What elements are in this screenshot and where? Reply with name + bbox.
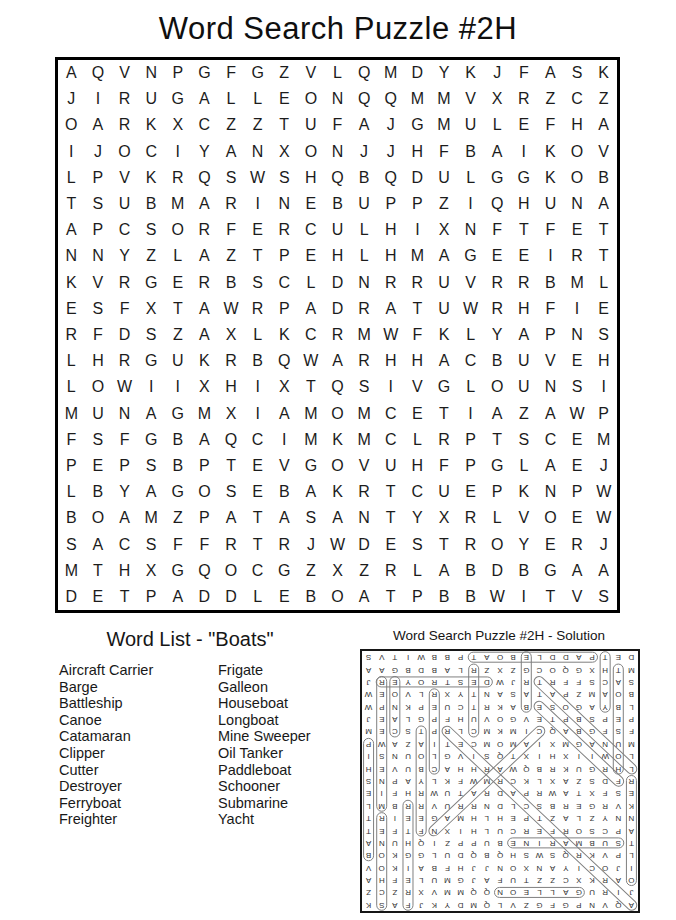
grid-cell[interactable]: Y: [191, 139, 218, 165]
grid-cell[interactable]: G: [431, 374, 458, 400]
grid-cell[interactable]: E: [590, 296, 617, 322]
grid-cell[interactable]: C: [404, 479, 431, 505]
grid-cell[interactable]: F: [218, 60, 245, 86]
grid-cell[interactable]: R: [404, 270, 431, 296]
grid-cell[interactable]: R: [271, 531, 298, 557]
grid-cell[interactable]: K: [191, 348, 218, 374]
grid-cell[interactable]: U: [138, 86, 165, 112]
grid-cell[interactable]: B: [511, 558, 538, 584]
grid-cell[interactable]: F: [111, 296, 138, 322]
grid-cell[interactable]: R: [511, 86, 538, 112]
grid-cell[interactable]: L: [404, 427, 431, 453]
grid-cell[interactable]: E: [244, 453, 271, 479]
grid-cell[interactable]: L: [58, 165, 85, 191]
grid-cell[interactable]: R: [511, 270, 538, 296]
grid-cell[interactable]: R: [564, 531, 591, 557]
grid-cell[interactable]: M: [298, 427, 325, 453]
grid-cell[interactable]: S: [564, 60, 591, 86]
grid-cell[interactable]: K: [138, 165, 165, 191]
grid-cell[interactable]: H: [85, 348, 112, 374]
grid-cell[interactable]: Q: [351, 86, 378, 112]
grid-cell[interactable]: I: [457, 400, 484, 426]
grid-cell[interactable]: U: [164, 348, 191, 374]
grid-cell[interactable]: C: [244, 427, 271, 453]
grid-cell[interactable]: R: [457, 531, 484, 557]
grid-cell[interactable]: W: [244, 165, 271, 191]
grid-cell[interactable]: A: [138, 479, 165, 505]
grid-cell[interactable]: H: [511, 191, 538, 217]
grid-cell[interactable]: Y: [404, 505, 431, 531]
grid-cell[interactable]: P: [457, 453, 484, 479]
grid-cell[interactable]: E: [85, 584, 112, 610]
grid-cell[interactable]: O: [298, 139, 325, 165]
grid-cell[interactable]: S: [511, 427, 538, 453]
grid-cell[interactable]: S: [404, 531, 431, 557]
grid-cell[interactable]: Z: [164, 322, 191, 348]
grid-cell[interactable]: G: [298, 453, 325, 479]
grid-cell[interactable]: T: [431, 400, 458, 426]
grid-cell[interactable]: R: [111, 348, 138, 374]
grid-cell[interactable]: K: [271, 322, 298, 348]
grid-cell[interactable]: Q: [484, 191, 511, 217]
grid-cell[interactable]: C: [191, 112, 218, 138]
grid-cell[interactable]: J: [590, 531, 617, 557]
grid-cell[interactable]: B: [590, 165, 617, 191]
grid-cell[interactable]: D: [218, 584, 245, 610]
grid-cell[interactable]: E: [457, 479, 484, 505]
grid-cell[interactable]: Q: [377, 86, 404, 112]
grid-cell[interactable]: B: [484, 348, 511, 374]
grid-cell[interactable]: N: [111, 400, 138, 426]
grid-cell[interactable]: P: [191, 453, 218, 479]
grid-cell[interactable]: Y: [111, 243, 138, 269]
grid-cell[interactable]: T: [590, 217, 617, 243]
grid-cell[interactable]: L: [404, 558, 431, 584]
grid-cell[interactable]: J: [85, 139, 112, 165]
grid-cell[interactable]: C: [111, 217, 138, 243]
grid-cell[interactable]: R: [351, 479, 378, 505]
grid-cell[interactable]: R: [164, 165, 191, 191]
grid-cell[interactable]: B: [298, 584, 325, 610]
grid-cell[interactable]: I: [377, 374, 404, 400]
grid-cell[interactable]: R: [377, 270, 404, 296]
grid-cell[interactable]: U: [431, 296, 458, 322]
grid-cell[interactable]: J: [377, 112, 404, 138]
grid-cell[interactable]: R: [218, 191, 245, 217]
grid-cell[interactable]: P: [457, 427, 484, 453]
grid-cell[interactable]: E: [85, 453, 112, 479]
grid-cell[interactable]: X: [431, 505, 458, 531]
grid-cell[interactable]: R: [484, 270, 511, 296]
grid-cell[interactable]: R: [377, 558, 404, 584]
grid-cell[interactable]: R: [111, 112, 138, 138]
grid-cell[interactable]: B: [85, 479, 112, 505]
grid-cell[interactable]: U: [457, 112, 484, 138]
grid-cell[interactable]: Z: [298, 558, 325, 584]
grid-cell[interactable]: U: [431, 165, 458, 191]
grid-cell[interactable]: B: [244, 348, 271, 374]
grid-cell[interactable]: H: [404, 348, 431, 374]
grid-cell[interactable]: K: [537, 165, 564, 191]
grid-cell[interactable]: F: [58, 427, 85, 453]
grid-cell[interactable]: N: [351, 270, 378, 296]
grid-cell[interactable]: G: [164, 479, 191, 505]
grid-cell[interactable]: N: [564, 322, 591, 348]
grid-cell[interactable]: G: [164, 400, 191, 426]
grid-cell[interactable]: W: [484, 584, 511, 610]
grid-cell[interactable]: X: [431, 217, 458, 243]
grid-cell[interactable]: W: [377, 322, 404, 348]
grid-cell[interactable]: E: [58, 296, 85, 322]
grid-cell[interactable]: U: [431, 479, 458, 505]
grid-cell[interactable]: A: [191, 427, 218, 453]
grid-cell[interactable]: B: [457, 584, 484, 610]
grid-cell[interactable]: K: [511, 479, 538, 505]
grid-cell[interactable]: Z: [351, 558, 378, 584]
grid-cell[interactable]: G: [164, 86, 191, 112]
grid-cell[interactable]: W: [564, 400, 591, 426]
grid-cell[interactable]: M: [298, 400, 325, 426]
grid-cell[interactable]: L: [484, 112, 511, 138]
grid-cell[interactable]: S: [244, 270, 271, 296]
grid-cell[interactable]: E: [564, 348, 591, 374]
grid-cell[interactable]: F: [431, 139, 458, 165]
grid-cell[interactable]: R: [58, 322, 85, 348]
grid-cell[interactable]: P: [564, 479, 591, 505]
grid-cell[interactable]: Z: [537, 86, 564, 112]
grid-cell[interactable]: Q: [191, 165, 218, 191]
grid-cell[interactable]: F: [191, 531, 218, 557]
grid-cell[interactable]: R: [484, 296, 511, 322]
grid-cell[interactable]: I: [271, 427, 298, 453]
grid-cell[interactable]: T: [377, 479, 404, 505]
grid-cell[interactable]: A: [85, 112, 112, 138]
grid-cell[interactable]: A: [191, 243, 218, 269]
grid-cell[interactable]: A: [484, 400, 511, 426]
grid-cell[interactable]: B: [271, 479, 298, 505]
grid-cell[interactable]: N: [138, 60, 165, 86]
grid-cell[interactable]: G: [138, 270, 165, 296]
grid-cell[interactable]: L: [218, 86, 245, 112]
grid-cell[interactable]: L: [324, 60, 351, 86]
grid-cell[interactable]: L: [351, 217, 378, 243]
grid-cell[interactable]: G: [404, 112, 431, 138]
grid-cell[interactable]: A: [431, 558, 458, 584]
grid-cell[interactable]: A: [324, 505, 351, 531]
grid-cell[interactable]: P: [484, 479, 511, 505]
grid-cell[interactable]: B: [218, 270, 245, 296]
grid-cell[interactable]: Q: [191, 558, 218, 584]
grid-cell[interactable]: V: [351, 453, 378, 479]
grid-cell[interactable]: E: [564, 453, 591, 479]
grid-cell[interactable]: E: [511, 112, 538, 138]
grid-cell[interactable]: S: [85, 427, 112, 453]
grid-cell[interactable]: A: [537, 400, 564, 426]
grid-cell[interactable]: S: [138, 322, 165, 348]
grid-cell[interactable]: R: [191, 217, 218, 243]
grid-cell[interactable]: P: [111, 453, 138, 479]
grid-cell[interactable]: I: [85, 86, 112, 112]
grid-cell[interactable]: B: [58, 505, 85, 531]
grid-cell[interactable]: F: [484, 217, 511, 243]
grid-cell[interactable]: C: [564, 86, 591, 112]
grid-cell[interactable]: N: [244, 139, 271, 165]
grid-cell[interactable]: A: [85, 531, 112, 557]
grid-cell[interactable]: S: [351, 374, 378, 400]
grid-cell[interactable]: H: [564, 112, 591, 138]
grid-cell[interactable]: T: [511, 217, 538, 243]
grid-cell[interactable]: T: [58, 191, 85, 217]
grid-cell[interactable]: S: [85, 296, 112, 322]
grid-cell[interactable]: A: [590, 191, 617, 217]
grid-cell[interactable]: V: [457, 270, 484, 296]
grid-cell[interactable]: L: [351, 243, 378, 269]
grid-cell[interactable]: A: [431, 348, 458, 374]
grid-cell[interactable]: E: [484, 243, 511, 269]
grid-cell[interactable]: A: [590, 558, 617, 584]
grid-cell[interactable]: W: [590, 479, 617, 505]
grid-cell[interactable]: L: [244, 322, 271, 348]
grid-cell[interactable]: T: [244, 243, 271, 269]
grid-cell[interactable]: L: [484, 505, 511, 531]
grid-cell[interactable]: T: [244, 531, 271, 557]
grid-cell[interactable]: E: [298, 191, 325, 217]
grid-cell[interactable]: M: [351, 322, 378, 348]
grid-cell[interactable]: A: [218, 139, 245, 165]
grid-cell[interactable]: I: [590, 374, 617, 400]
grid-cell[interactable]: A: [138, 400, 165, 426]
grid-cell[interactable]: G: [164, 558, 191, 584]
grid-cell[interactable]: D: [404, 60, 431, 86]
grid-cell[interactable]: M: [431, 112, 458, 138]
grid-cell[interactable]: W: [111, 374, 138, 400]
grid-cell[interactable]: E: [271, 584, 298, 610]
grid-cell[interactable]: I: [537, 243, 564, 269]
grid-cell[interactable]: R: [564, 243, 591, 269]
grid-cell[interactable]: G: [484, 165, 511, 191]
grid-cell[interactable]: Y: [484, 322, 511, 348]
grid-cell[interactable]: H: [377, 243, 404, 269]
grid-cell[interactable]: T: [537, 584, 564, 610]
grid-cell[interactable]: S: [218, 165, 245, 191]
grid-cell[interactable]: A: [218, 505, 245, 531]
grid-cell[interactable]: C: [244, 558, 271, 584]
grid-cell[interactable]: V: [564, 584, 591, 610]
grid-cell[interactable]: E: [164, 270, 191, 296]
grid-cell[interactable]: M: [351, 400, 378, 426]
grid-cell[interactable]: R: [271, 217, 298, 243]
grid-cell[interactable]: T: [431, 531, 458, 557]
grid-cell[interactable]: A: [431, 243, 458, 269]
grid-cell[interactable]: X: [138, 558, 165, 584]
grid-cell[interactable]: E: [244, 479, 271, 505]
grid-cell[interactable]: A: [111, 505, 138, 531]
grid-cell[interactable]: A: [271, 505, 298, 531]
grid-cell[interactable]: V: [271, 453, 298, 479]
grid-cell[interactable]: A: [191, 296, 218, 322]
grid-cell[interactable]: J: [351, 139, 378, 165]
grid-cell[interactable]: P: [85, 165, 112, 191]
grid-cell[interactable]: I: [164, 139, 191, 165]
grid-cell[interactable]: L: [457, 322, 484, 348]
grid-cell[interactable]: S: [138, 531, 165, 557]
grid-cell[interactable]: J: [590, 453, 617, 479]
grid-cell[interactable]: A: [191, 86, 218, 112]
grid-cell[interactable]: L: [58, 374, 85, 400]
grid-cell[interactable]: C: [111, 531, 138, 557]
grid-cell[interactable]: A: [58, 60, 85, 86]
grid-cell[interactable]: L: [244, 584, 271, 610]
grid-cell[interactable]: U: [324, 217, 351, 243]
grid-cell[interactable]: Q: [85, 60, 112, 86]
grid-cell[interactable]: Q: [324, 165, 351, 191]
grid-cell[interactable]: R: [244, 296, 271, 322]
grid-cell[interactable]: X: [218, 400, 245, 426]
grid-cell[interactable]: W: [324, 531, 351, 557]
grid-cell[interactable]: A: [484, 139, 511, 165]
grid-cell[interactable]: A: [324, 348, 351, 374]
grid-cell[interactable]: A: [511, 322, 538, 348]
grid-cell[interactable]: L: [164, 243, 191, 269]
grid-cell[interactable]: T: [244, 505, 271, 531]
grid-cell[interactable]: L: [590, 270, 617, 296]
grid-cell[interactable]: C: [298, 217, 325, 243]
grid-cell[interactable]: B: [324, 191, 351, 217]
grid-cell[interactable]: H: [404, 453, 431, 479]
grid-cell[interactable]: P: [85, 217, 112, 243]
grid-cell[interactable]: D: [404, 165, 431, 191]
grid-cell[interactable]: M: [431, 86, 458, 112]
grid-cell[interactable]: C: [537, 427, 564, 453]
grid-cell[interactable]: X: [324, 558, 351, 584]
grid-cell[interactable]: T: [111, 584, 138, 610]
grid-cell[interactable]: C: [457, 348, 484, 374]
grid-cell[interactable]: B: [457, 558, 484, 584]
grid-cell[interactable]: L: [511, 453, 538, 479]
grid-cell[interactable]: I: [244, 400, 271, 426]
grid-cell[interactable]: N: [58, 243, 85, 269]
grid-cell[interactable]: F: [324, 112, 351, 138]
grid-cell[interactable]: C: [271, 270, 298, 296]
grid-cell[interactable]: B: [164, 453, 191, 479]
grid-cell[interactable]: M: [138, 505, 165, 531]
grid-cell[interactable]: W: [590, 505, 617, 531]
grid-cell[interactable]: G: [191, 60, 218, 86]
grid-cell[interactable]: F: [511, 60, 538, 86]
grid-cell[interactable]: B: [457, 139, 484, 165]
grid-cell[interactable]: N: [537, 374, 564, 400]
grid-cell[interactable]: I: [511, 584, 538, 610]
grid-cell[interactable]: R: [218, 531, 245, 557]
grid-cell[interactable]: G: [511, 165, 538, 191]
grid-cell[interactable]: R: [351, 348, 378, 374]
grid-cell[interactable]: V: [111, 60, 138, 86]
grid-cell[interactable]: E: [271, 86, 298, 112]
grid-cell[interactable]: K: [431, 322, 458, 348]
grid-cell[interactable]: E: [298, 243, 325, 269]
grid-cell[interactable]: T: [404, 296, 431, 322]
grid-cell[interactable]: C: [377, 400, 404, 426]
grid-cell[interactable]: O: [484, 531, 511, 557]
grid-cell[interactable]: H: [377, 217, 404, 243]
grid-cell[interactable]: J: [377, 139, 404, 165]
grid-cell[interactable]: L: [244, 86, 271, 112]
grid-cell[interactable]: N: [324, 86, 351, 112]
grid-cell[interactable]: F: [537, 217, 564, 243]
grid-cell[interactable]: S: [590, 584, 617, 610]
grid-cell[interactable]: Z: [218, 243, 245, 269]
grid-cell[interactable]: K: [58, 270, 85, 296]
grid-cell[interactable]: I: [164, 374, 191, 400]
grid-cell[interactable]: S: [138, 453, 165, 479]
grid-cell[interactable]: D: [484, 558, 511, 584]
grid-cell[interactable]: X: [271, 139, 298, 165]
grid-cell[interactable]: K: [537, 139, 564, 165]
grid-cell[interactable]: A: [590, 112, 617, 138]
grid-cell[interactable]: Q: [271, 348, 298, 374]
grid-cell[interactable]: S: [85, 191, 112, 217]
grid-cell[interactable]: V: [85, 270, 112, 296]
grid-cell[interactable]: S: [564, 374, 591, 400]
grid-cell[interactable]: P: [271, 296, 298, 322]
grid-cell[interactable]: Z: [244, 112, 271, 138]
grid-cell[interactable]: X: [271, 374, 298, 400]
grid-cell[interactable]: K: [324, 479, 351, 505]
grid-cell[interactable]: L: [298, 270, 325, 296]
grid-cell[interactable]: S: [58, 531, 85, 557]
grid-cell[interactable]: A: [191, 191, 218, 217]
grid-cell[interactable]: U: [431, 270, 458, 296]
grid-cell[interactable]: K: [590, 60, 617, 86]
grid-cell[interactable]: C: [298, 322, 325, 348]
grid-cell[interactable]: P: [191, 505, 218, 531]
grid-cell[interactable]: B: [351, 165, 378, 191]
grid-cell[interactable]: F: [218, 217, 245, 243]
grid-cell[interactable]: T: [377, 505, 404, 531]
grid-cell[interactable]: A: [377, 296, 404, 322]
grid-cell[interactable]: Y: [431, 60, 458, 86]
grid-cell[interactable]: Q: [218, 427, 245, 453]
grid-cell[interactable]: J: [298, 531, 325, 557]
grid-cell[interactable]: F: [111, 427, 138, 453]
grid-cell[interactable]: I: [244, 191, 271, 217]
grid-cell[interactable]: I: [244, 374, 271, 400]
grid-cell[interactable]: R: [431, 427, 458, 453]
grid-cell[interactable]: H: [298, 165, 325, 191]
grid-cell[interactable]: F: [537, 112, 564, 138]
grid-cell[interactable]: B: [431, 584, 458, 610]
grid-cell[interactable]: N: [457, 217, 484, 243]
grid-cell[interactable]: N: [537, 479, 564, 505]
grid-cell[interactable]: Z: [511, 400, 538, 426]
grid-cell[interactable]: F: [164, 531, 191, 557]
grid-cell[interactable]: S: [590, 322, 617, 348]
grid-cell[interactable]: F: [404, 322, 431, 348]
grid-cell[interactable]: T: [164, 296, 191, 322]
grid-cell[interactable]: E: [564, 217, 591, 243]
grid-cell[interactable]: O: [324, 584, 351, 610]
grid-cell[interactable]: N: [85, 243, 112, 269]
grid-cell[interactable]: U: [511, 348, 538, 374]
grid-cell[interactable]: E: [564, 427, 591, 453]
grid-cell[interactable]: Z: [271, 60, 298, 86]
grid-cell[interactable]: N: [351, 505, 378, 531]
grid-cell[interactable]: A: [351, 112, 378, 138]
grid-cell[interactable]: E: [404, 400, 431, 426]
grid-cell[interactable]: D: [324, 270, 351, 296]
grid-cell[interactable]: A: [191, 322, 218, 348]
grid-cell[interactable]: T: [484, 427, 511, 453]
